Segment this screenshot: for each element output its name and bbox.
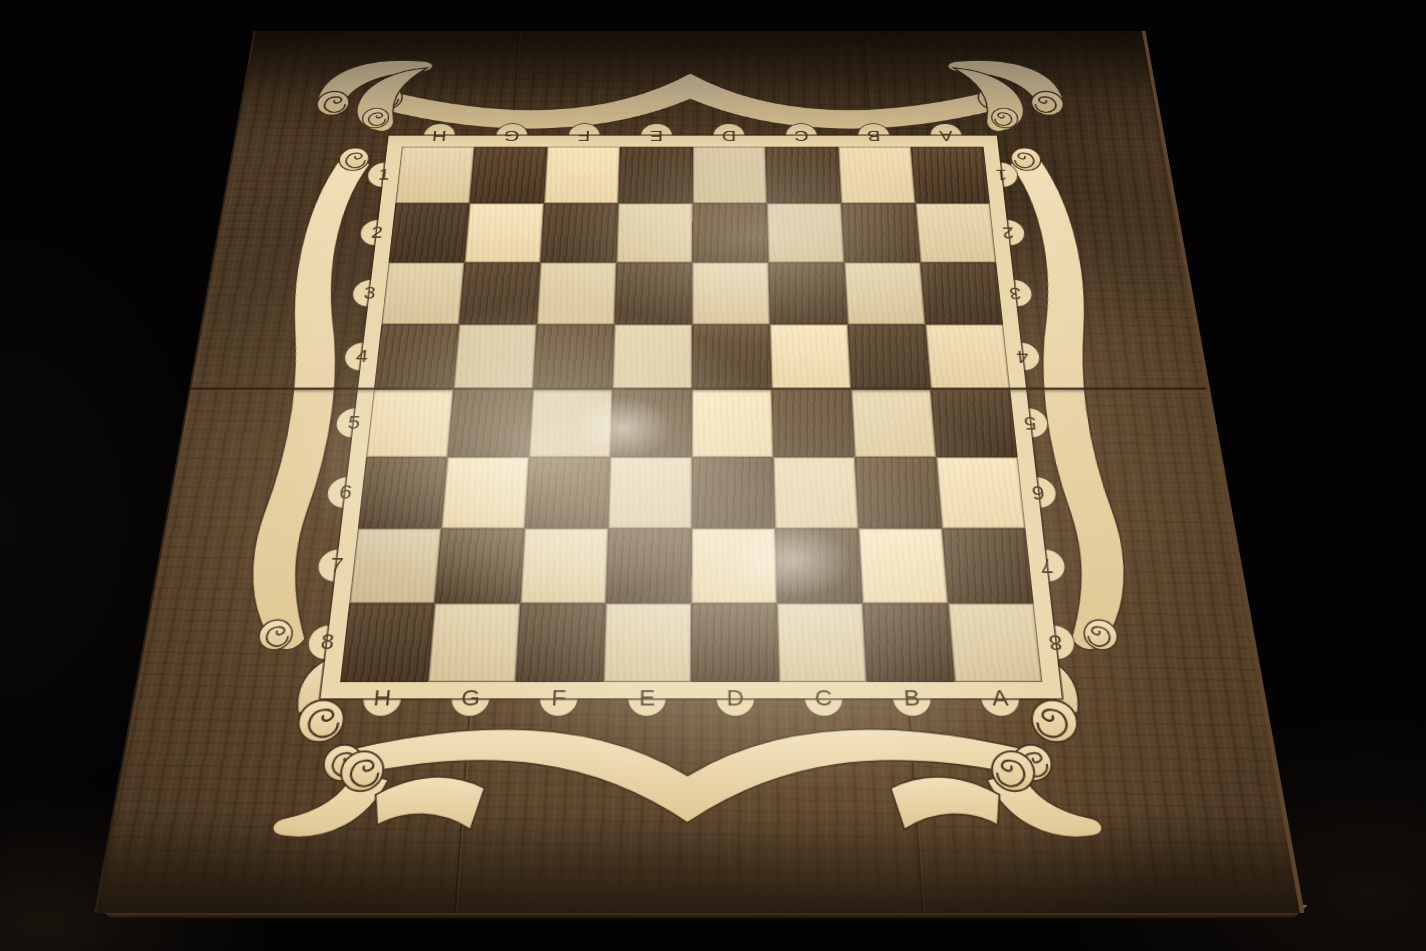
- coord-label-left-6: 6: [325, 476, 366, 508]
- scene: HGFEDCBAHGFEDCBA1234567812345678: [0, 0, 1426, 951]
- coord-label-right-5: 5: [1010, 408, 1050, 439]
- square-c5[interactable]: [772, 389, 855, 457]
- square-a3[interactable]: [920, 263, 1003, 325]
- square-g6[interactable]: [441, 457, 529, 528]
- square-d5[interactable]: [692, 389, 773, 457]
- coord-label-bottom-g: G: [449, 680, 491, 717]
- square-b7[interactable]: [859, 528, 949, 603]
- square-g8[interactable]: [428, 603, 520, 682]
- square-c3[interactable]: [768, 263, 847, 325]
- square-c1[interactable]: [765, 147, 841, 204]
- square-d3[interactable]: [692, 263, 770, 325]
- coord-label-top-b: B: [857, 123, 891, 148]
- coord-label-left-4: 4: [342, 342, 381, 371]
- square-c7[interactable]: [775, 528, 862, 603]
- chess-board: HGFEDCBAHGFEDCBA1234567812345678: [94, 31, 1304, 913]
- coord-label-top-a: A: [929, 123, 964, 148]
- square-c6[interactable]: [773, 457, 858, 528]
- square-g5[interactable]: [447, 389, 532, 457]
- square-d7[interactable]: [691, 528, 777, 603]
- square-h6[interactable]: [358, 457, 448, 528]
- coord-label-left-3: 3: [351, 279, 389, 307]
- coord-label-top-d: D: [713, 123, 746, 148]
- square-f8[interactable]: [516, 603, 606, 682]
- coord-label-right-7: 7: [1026, 549, 1068, 583]
- coord-label-left-2: 2: [358, 219, 395, 246]
- coord-label-top-c: C: [785, 123, 819, 148]
- square-f5[interactable]: [529, 389, 613, 457]
- square-d1[interactable]: [693, 147, 767, 204]
- square-b5[interactable]: [851, 389, 936, 457]
- square-b1[interactable]: [838, 147, 915, 204]
- square-c2[interactable]: [767, 203, 844, 262]
- coord-label-right-4: 4: [1003, 342, 1042, 371]
- square-e2[interactable]: [616, 203, 692, 262]
- coord-label-bottom-a: A: [979, 680, 1022, 717]
- coord-label-right-8: 8: [1034, 625, 1077, 660]
- stage: HGFEDCBAHGFEDCBA1234567812345678: [0, 0, 1426, 951]
- coord-label-bottom-f: F: [538, 680, 579, 717]
- coord-label-bottom-b: B: [891, 680, 933, 717]
- coord-label-left-5: 5: [334, 408, 374, 439]
- square-d2[interactable]: [692, 203, 768, 262]
- square-h3[interactable]: [381, 263, 464, 325]
- square-f4[interactable]: [533, 324, 615, 389]
- board-grid: [340, 147, 1042, 682]
- top-ornament-band: [368, 73, 1012, 129]
- square-h2[interactable]: [388, 203, 469, 262]
- square-g2[interactable]: [464, 203, 543, 262]
- square-b2[interactable]: [841, 203, 920, 262]
- square-a2[interactable]: [916, 203, 997, 262]
- square-d8[interactable]: [691, 603, 779, 682]
- coord-label-left-1: 1: [366, 162, 402, 187]
- coord-label-bottom-d: D: [715, 680, 755, 717]
- square-e3[interactable]: [615, 263, 693, 325]
- square-e1[interactable]: [618, 147, 692, 204]
- square-d6[interactable]: [692, 457, 775, 528]
- square-h7[interactable]: [349, 528, 441, 603]
- coord-label-top-e: E: [640, 123, 673, 148]
- square-a4[interactable]: [925, 324, 1010, 389]
- square-b4[interactable]: [848, 324, 931, 389]
- coord-label-bottom-c: C: [803, 680, 844, 717]
- square-e7[interactable]: [606, 528, 692, 603]
- square-g1[interactable]: [470, 147, 548, 204]
- coord-label-left-7: 7: [315, 549, 357, 583]
- square-b3[interactable]: [844, 263, 925, 325]
- coord-label-right-6: 6: [1018, 476, 1059, 508]
- square-h8[interactable]: [340, 603, 435, 682]
- square-b8[interactable]: [863, 603, 955, 682]
- coord-label-top-h: H: [422, 123, 457, 148]
- coord-label-right-1: 1: [983, 162, 1019, 187]
- square-a1[interactable]: [911, 147, 990, 204]
- square-f7[interactable]: [520, 528, 608, 603]
- square-c4[interactable]: [770, 324, 851, 389]
- coord-label-top-f: F: [567, 123, 601, 148]
- coord-label-right-2: 2: [990, 219, 1027, 246]
- coord-label-top-g: G: [494, 123, 528, 148]
- square-g7[interactable]: [435, 528, 525, 603]
- square-a7[interactable]: [942, 528, 1034, 603]
- square-h4[interactable]: [374, 324, 459, 389]
- square-f6[interactable]: [525, 457, 611, 528]
- square-f1[interactable]: [544, 147, 620, 204]
- coord-label-right-3: 3: [996, 279, 1034, 307]
- coord-label-bottom-e: E: [627, 680, 667, 717]
- square-e4[interactable]: [613, 324, 693, 389]
- square-g3[interactable]: [459, 263, 540, 325]
- square-h1[interactable]: [395, 147, 474, 204]
- square-f2[interactable]: [540, 203, 618, 262]
- square-f3[interactable]: [537, 263, 617, 325]
- square-d4[interactable]: [692, 324, 772, 389]
- square-e6[interactable]: [608, 457, 692, 528]
- board-frame: HGFEDCBAHGFEDCBA1234567812345678: [321, 136, 1062, 699]
- square-a6[interactable]: [936, 457, 1025, 528]
- square-g4[interactable]: [453, 324, 536, 389]
- square-e8[interactable]: [603, 603, 691, 682]
- coord-label-left-8: 8: [306, 625, 349, 660]
- square-h5[interactable]: [366, 389, 453, 457]
- hinge-seam: [191, 388, 1206, 390]
- coord-label-bottom-h: H: [360, 680, 403, 717]
- square-b6[interactable]: [855, 457, 942, 528]
- square-e5[interactable]: [610, 389, 692, 457]
- square-a5[interactable]: [931, 389, 1018, 457]
- square-a8[interactable]: [948, 603, 1042, 682]
- square-c8[interactable]: [777, 603, 867, 682]
